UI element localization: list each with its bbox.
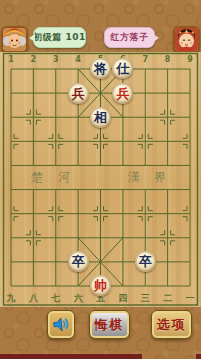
piece-red-兵[interactable]: 兵 (112, 83, 133, 104)
right-player-avatar (173, 26, 200, 53)
piece-black-卒[interactable]: 卒 (135, 251, 156, 272)
level-bubble-text: 初级篇 101 (33, 31, 85, 44)
piece-red-兵[interactable]: 兵 (68, 83, 89, 104)
piece-black-仕[interactable]: 仕 (112, 58, 133, 79)
bottom-strip (0, 354, 142, 359)
bottom-strip (196, 354, 201, 359)
left-player-avatar (1, 26, 28, 53)
turn-bubble-text: 红方落子 (111, 31, 149, 44)
undo-move-button[interactable]: 悔棋 (89, 310, 130, 339)
options-button[interactable]: 选项 (151, 310, 192, 339)
speaker-icon (52, 316, 70, 333)
piece-black-将[interactable]: 将 (90, 58, 111, 79)
piece-black-卒[interactable]: 卒 (68, 251, 89, 272)
xiangqi-app: 初级篇 101 红方落子 123456789 楚 河 漢 界 九八七六五四三二一 (0, 0, 201, 359)
pieces-layer: 将仕兵兵相卒卒帅 (0, 57, 201, 298)
piece-black-相[interactable]: 相 (90, 107, 111, 128)
xiangqi-board[interactable]: 123456789 楚 河 漢 界 九八七六五四三二一 将仕兵兵相卒卒帅 (0, 52, 201, 307)
sound-button[interactable] (47, 310, 75, 339)
palace-lady-avatar-icon (175, 28, 198, 51)
old-general-avatar-icon (3, 28, 26, 51)
level-bubble: 初级篇 101 (33, 27, 86, 48)
piece-red-帅[interactable]: 帅 (90, 275, 111, 296)
turn-bubble: 红方落子 (104, 27, 155, 48)
